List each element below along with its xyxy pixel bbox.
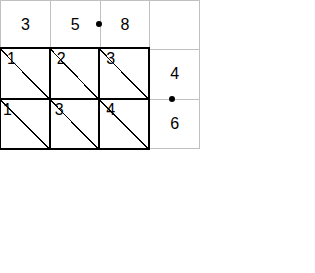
grid-cell-r1c1: 3 — [1, 1, 51, 50]
tens-digit-r2c3: 4 — [106, 102, 115, 119]
right-digit-2: 6 — [170, 116, 179, 132]
grid-cell-r1c4 — [150, 1, 200, 50]
decimal-point-dot-top — [96, 21, 102, 27]
right-digit-1: 4 — [170, 66, 179, 82]
lattice-cell-r2c1: 1 — [1, 100, 49, 149]
decimal-point-dot-right — [169, 96, 175, 102]
worksheet-canvas: 3 5 8 4 6 1 2 3 1 — [0, 0, 315, 273]
lattice-cell-r2c2: 3 — [51, 100, 99, 149]
lattice-cell-r1c2: 2 — [51, 49, 99, 98]
tens-digit-r1c2: 2 — [57, 51, 66, 68]
grid-cell-r1c3: 8 — [101, 1, 151, 50]
lattice-multiplication-grid: 1 2 3 1 3 4 — [0, 47, 150, 150]
top-digit-1: 3 — [21, 17, 30, 33]
grid-cell-r1c2: 5 — [51, 1, 101, 50]
top-digit-2: 5 — [71, 17, 80, 33]
lattice-cell-r1c3: 3 — [100, 49, 148, 98]
tens-digit-r2c2: 3 — [55, 102, 64, 119]
grid-cell-r3c4: 6 — [150, 100, 200, 149]
grid-cell-r2c4: 4 — [150, 50, 200, 99]
top-digit-3: 8 — [120, 17, 129, 33]
tens-digit-r1c3: 3 — [106, 51, 115, 68]
tens-digit-r2c1: 1 — [3, 102, 12, 119]
tens-digit-r1c1: 1 — [7, 51, 16, 68]
lattice-cell-r2c3: 4 — [100, 100, 148, 149]
lattice-cell-r1c1: 1 — [1, 49, 49, 98]
